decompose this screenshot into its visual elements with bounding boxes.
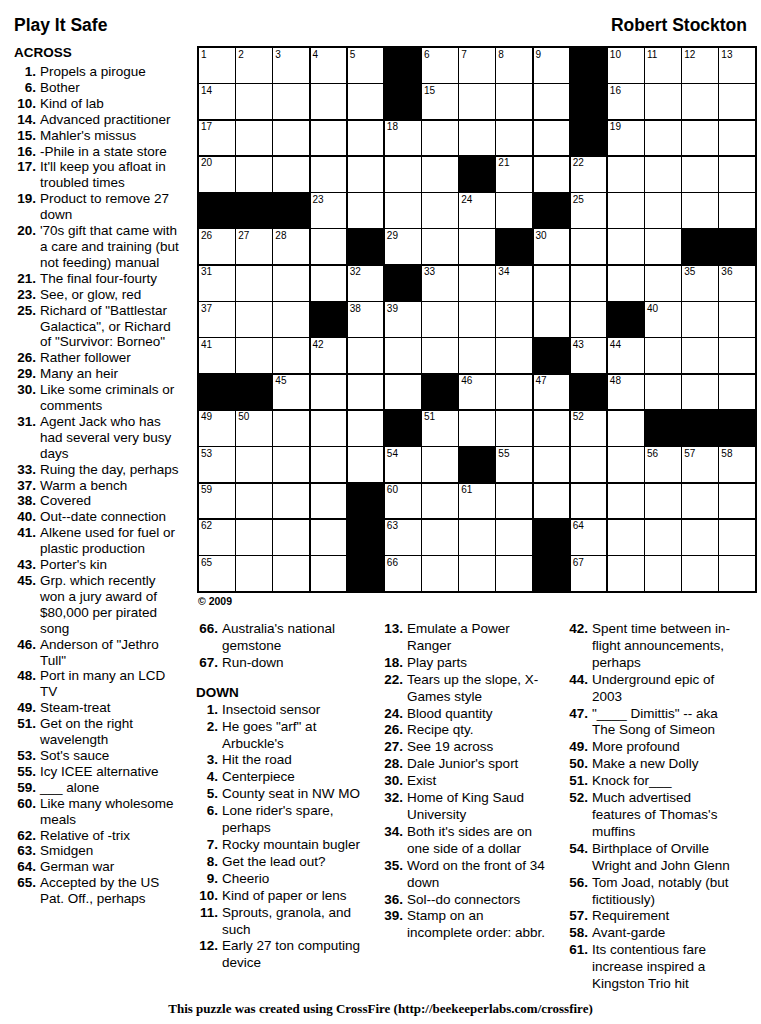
clue-down-12: 12.Early 27 ton computing device bbox=[196, 938, 381, 972]
cell-r4c13[interactable] bbox=[645, 157, 681, 192]
footer-credit: This puzzle was created using CrossFire … bbox=[0, 1001, 761, 1017]
cell-r6c1[interactable]: 26 bbox=[199, 229, 235, 264]
down-header: DOWN bbox=[196, 685, 381, 700]
black-cell-r14c5 bbox=[348, 520, 384, 555]
cell-r13c14[interactable] bbox=[682, 484, 718, 519]
cell-r5c11[interactable]: 25 bbox=[571, 193, 607, 228]
cell-r2c9[interactable] bbox=[496, 84, 532, 119]
cell-number-33: 33 bbox=[424, 266, 435, 277]
clue-number: 56. bbox=[566, 875, 592, 909]
cell-r3c10[interactable] bbox=[534, 121, 570, 156]
cell-r10c14[interactable] bbox=[682, 375, 718, 410]
cell-r2c1[interactable]: 14 bbox=[199, 84, 235, 119]
cell-r10c12[interactable]: 48 bbox=[608, 375, 644, 410]
cell-r7c4[interactable] bbox=[311, 266, 347, 301]
cell-number-2: 2 bbox=[238, 49, 244, 60]
cell-r5c5[interactable] bbox=[348, 193, 384, 228]
cell-r10c8[interactable]: 46 bbox=[459, 375, 495, 410]
clue-text: Birthplace of Orville Wright and John Gl… bbox=[592, 841, 731, 875]
clue-across-43: 43.Porter's kin bbox=[14, 557, 196, 573]
clue-across-59: 59.___ alone bbox=[14, 780, 196, 796]
cell-r4c11[interactable]: 22 bbox=[571, 157, 607, 192]
cell-r1c13[interactable]: 11 bbox=[645, 48, 681, 83]
cell-r2c10[interactable] bbox=[534, 84, 570, 119]
cell-r12c4[interactable] bbox=[311, 447, 347, 482]
cell-r12c10[interactable] bbox=[534, 447, 570, 482]
cell-r13c10[interactable] bbox=[534, 484, 570, 519]
cell-r12c5[interactable] bbox=[348, 447, 384, 482]
cell-r3c5[interactable] bbox=[348, 121, 384, 156]
cell-r7c12[interactable] bbox=[608, 266, 644, 301]
cell-r5c7[interactable] bbox=[422, 193, 458, 228]
cell-r14c12[interactable] bbox=[608, 520, 644, 555]
cell-r15c7[interactable] bbox=[422, 556, 458, 591]
cell-r9c8[interactable] bbox=[459, 338, 495, 373]
cell-r14c3[interactable] bbox=[273, 520, 309, 555]
cell-r14c1[interactable]: 62 bbox=[199, 520, 235, 555]
clue-text: Insectoid sensor bbox=[222, 702, 361, 719]
cell-r13c3[interactable] bbox=[273, 484, 309, 519]
clue-text: Hit the road bbox=[222, 752, 361, 769]
cell-r3c6[interactable]: 18 bbox=[385, 121, 421, 156]
cell-r15c8[interactable] bbox=[459, 556, 495, 591]
clue-text: Agent Jack who has had several very busy… bbox=[40, 414, 179, 462]
cell-r4c15[interactable] bbox=[719, 157, 755, 192]
clue-number: 65. bbox=[14, 875, 40, 907]
cell-r10c5[interactable] bbox=[348, 375, 384, 410]
clue-text: Grp. which recently won a jury award of … bbox=[40, 573, 179, 637]
clue-down-57: 57.Requirement bbox=[566, 908, 761, 925]
clue-down-27: 27.See 19 across bbox=[381, 739, 566, 756]
cell-number-42: 42 bbox=[313, 339, 324, 350]
cell-r15c2[interactable] bbox=[236, 556, 272, 591]
cell-r4c14[interactable] bbox=[682, 157, 718, 192]
cell-r1c5[interactable]: 5 bbox=[348, 48, 384, 83]
cell-r12c15[interactable]: 58 bbox=[719, 447, 755, 482]
cell-number-32: 32 bbox=[350, 266, 361, 277]
down-clue-list-2: 13.Emulate a Power Ranger18.Play parts22… bbox=[381, 621, 566, 942]
cell-r13c6[interactable]: 60 bbox=[385, 484, 421, 519]
cell-r4c2[interactable] bbox=[236, 157, 272, 192]
clue-number: 59. bbox=[14, 780, 40, 796]
cell-r10c15[interactable] bbox=[719, 375, 755, 410]
cell-r6c2[interactable]: 27 bbox=[236, 229, 272, 264]
clue-text: Rather follower bbox=[40, 350, 179, 366]
cell-r1c7[interactable]: 6 bbox=[422, 48, 458, 83]
cell-r1c10[interactable]: 9 bbox=[534, 48, 570, 83]
clue-text: Like many wholesome meals bbox=[40, 796, 179, 828]
clue-text: "____ Dimittis" -- aka The Song of Simeo… bbox=[592, 706, 731, 740]
clue-down-58: 58.Avant-garde bbox=[566, 925, 761, 942]
clue-across-45: 45.Grp. which recently won a jury award … bbox=[14, 573, 196, 637]
cell-r15c4[interactable] bbox=[311, 556, 347, 591]
cell-number-49: 49 bbox=[201, 411, 212, 422]
clue-across-60: 60.Like many wholesome meals bbox=[14, 796, 196, 828]
cell-r15c11[interactable]: 67 bbox=[571, 556, 607, 591]
cell-r2c13[interactable] bbox=[645, 84, 681, 119]
clue-text: Exist bbox=[407, 773, 546, 790]
cell-r9c7[interactable] bbox=[422, 338, 458, 373]
cell-r4c9[interactable]: 21 bbox=[496, 157, 532, 192]
clue-across-23: 23.See, or glow, red bbox=[14, 287, 196, 303]
cell-r12c3[interactable] bbox=[273, 447, 309, 482]
across-clues-sidebar: ACROSS 1.Propels a pirogue6.Bother10.Kin… bbox=[14, 45, 196, 907]
cell-r14c6[interactable]: 63 bbox=[385, 520, 421, 555]
cell-r6c3[interactable]: 28 bbox=[273, 229, 309, 264]
clue-number: 30. bbox=[381, 773, 407, 790]
cell-r7c8[interactable] bbox=[459, 266, 495, 301]
cell-r6c12[interactable] bbox=[608, 229, 644, 264]
black-cell-r8c4 bbox=[311, 302, 347, 337]
cell-r10c13[interactable] bbox=[645, 375, 681, 410]
cell-r4c7[interactable] bbox=[422, 157, 458, 192]
cell-number-23: 23 bbox=[313, 194, 324, 205]
clue-text: Centerpiece bbox=[222, 769, 361, 786]
cell-r3c7[interactable] bbox=[422, 121, 458, 156]
cell-r9c4[interactable]: 42 bbox=[311, 338, 347, 373]
clue-number: 25. bbox=[14, 303, 40, 351]
cell-number-59: 59 bbox=[201, 484, 212, 495]
cell-r7c2[interactable] bbox=[236, 266, 272, 301]
cell-r13c1[interactable]: 59 bbox=[199, 484, 235, 519]
cell-r1c1[interactable]: 1 bbox=[199, 48, 235, 83]
clue-text: Out--date connection bbox=[40, 509, 179, 525]
cell-r13c7[interactable] bbox=[422, 484, 458, 519]
clue-across-37: 37.Warm a bench bbox=[14, 478, 196, 494]
cell-r5c9[interactable] bbox=[496, 193, 532, 228]
cell-r9c2[interactable] bbox=[236, 338, 272, 373]
cell-r8c7[interactable] bbox=[422, 302, 458, 337]
cell-r13c11[interactable] bbox=[571, 484, 607, 519]
cell-r3c4[interactable] bbox=[311, 121, 347, 156]
cell-r11c5[interactable] bbox=[348, 411, 384, 446]
cell-r15c13[interactable] bbox=[645, 556, 681, 591]
clue-down-34: 34.Both it's sides are on one side of a … bbox=[381, 824, 566, 858]
cell-r15c14[interactable] bbox=[682, 556, 718, 591]
cell-r3c2[interactable] bbox=[236, 121, 272, 156]
cell-r3c9[interactable] bbox=[496, 121, 532, 156]
cell-number-34: 34 bbox=[498, 266, 509, 277]
black-cell-r1c6 bbox=[385, 48, 421, 83]
clue-number: 11. bbox=[196, 905, 222, 939]
clue-across-14: 14.Advanced practitioner bbox=[14, 112, 196, 128]
clue-across-48: 48.Port in many an LCD TV bbox=[14, 668, 196, 700]
cell-r6c11[interactable] bbox=[571, 229, 607, 264]
cell-r5c13[interactable] bbox=[645, 193, 681, 228]
cell-r12c6[interactable]: 54 bbox=[385, 447, 421, 482]
cell-r14c11[interactable]: 64 bbox=[571, 520, 607, 555]
black-cell-r1c11 bbox=[571, 48, 607, 83]
cell-r6c10[interactable]: 30 bbox=[534, 229, 570, 264]
cell-r10c4[interactable] bbox=[311, 375, 347, 410]
cell-r8c1[interactable]: 37 bbox=[199, 302, 235, 337]
clue-across-33: 33.Ruing the day, perhaps bbox=[14, 462, 196, 478]
cell-r12c7[interactable] bbox=[422, 447, 458, 482]
cell-r14c15[interactable] bbox=[719, 520, 755, 555]
black-cell-r5c2 bbox=[236, 193, 272, 228]
cell-r4c1[interactable]: 20 bbox=[199, 157, 235, 192]
cell-number-17: 17 bbox=[201, 121, 212, 132]
clue-text: Home of King Saud University bbox=[407, 790, 546, 824]
clue-number: 9. bbox=[196, 871, 222, 888]
cell-r10c9[interactable] bbox=[496, 375, 532, 410]
cell-r7c3[interactable] bbox=[273, 266, 309, 301]
cell-r14c13[interactable] bbox=[645, 520, 681, 555]
clue-text: Make a new Dolly bbox=[592, 756, 731, 773]
cell-r1c3[interactable]: 3 bbox=[273, 48, 309, 83]
cell-r15c1[interactable]: 65 bbox=[199, 556, 235, 591]
clue-across-66: 66.Australia's national gemstone bbox=[196, 621, 381, 655]
clue-across-62: 62.Relative of -trix bbox=[14, 828, 196, 844]
cell-r4c6[interactable] bbox=[385, 157, 421, 192]
clue-number: 22. bbox=[381, 672, 407, 706]
cell-r11c1[interactable]: 49 bbox=[199, 411, 235, 446]
cell-r11c8[interactable] bbox=[459, 411, 495, 446]
cell-r14c7[interactable] bbox=[422, 520, 458, 555]
cell-r12c1[interactable]: 53 bbox=[199, 447, 235, 482]
copyright-notice: © 2009 bbox=[198, 595, 232, 607]
cell-r3c3[interactable] bbox=[273, 121, 309, 156]
cell-r15c3[interactable] bbox=[273, 556, 309, 591]
cell-r10c10[interactable]: 47 bbox=[534, 375, 570, 410]
clue-down-44: 44.Underground epic of 2003 bbox=[566, 672, 761, 706]
cell-r1c14[interactable]: 12 bbox=[682, 48, 718, 83]
cell-r7c5[interactable]: 32 bbox=[348, 266, 384, 301]
clue-number: 10. bbox=[14, 96, 40, 112]
cell-r7c15[interactable]: 36 bbox=[719, 266, 755, 301]
clue-text: Requirement bbox=[592, 908, 731, 925]
clue-text: Bother bbox=[40, 80, 179, 96]
cell-r15c15[interactable] bbox=[719, 556, 755, 591]
cell-number-38: 38 bbox=[350, 303, 361, 314]
cell-r1c2[interactable]: 2 bbox=[236, 48, 272, 83]
cell-r6c7[interactable] bbox=[422, 229, 458, 264]
cell-r1c15[interactable]: 13 bbox=[719, 48, 755, 83]
cell-r7c10[interactable] bbox=[534, 266, 570, 301]
cell-r8c13[interactable]: 40 bbox=[645, 302, 681, 337]
cell-number-41: 41 bbox=[201, 339, 212, 350]
cell-r2c2[interactable] bbox=[236, 84, 272, 119]
clue-text: Sot's sauce bbox=[40, 748, 179, 764]
cell-number-35: 35 bbox=[684, 266, 695, 277]
cell-r5c14[interactable] bbox=[682, 193, 718, 228]
cell-r13c8[interactable]: 61 bbox=[459, 484, 495, 519]
clue-number: 27. bbox=[381, 739, 407, 756]
clue-across-65: 65.Accepted by the US Pat. Off., perhaps bbox=[14, 875, 196, 907]
cell-r11c2[interactable]: 50 bbox=[236, 411, 272, 446]
clue-number: 1. bbox=[14, 64, 40, 80]
clue-down-1: 1.Insectoid sensor bbox=[196, 702, 381, 719]
black-cell-r6c5 bbox=[348, 229, 384, 264]
clue-text: See, or glow, red bbox=[40, 287, 179, 303]
cell-r8c3[interactable] bbox=[273, 302, 309, 337]
cell-r12c14[interactable]: 57 bbox=[682, 447, 718, 482]
cell-r4c3[interactable] bbox=[273, 157, 309, 192]
cell-r11c10[interactable] bbox=[534, 411, 570, 446]
cell-r9c14[interactable] bbox=[682, 338, 718, 373]
cell-r8c5[interactable]: 38 bbox=[348, 302, 384, 337]
cell-r6c8[interactable] bbox=[459, 229, 495, 264]
cell-r7c9[interactable]: 34 bbox=[496, 266, 532, 301]
cell-r3c13[interactable] bbox=[645, 121, 681, 156]
clue-number: 57. bbox=[566, 908, 592, 925]
cell-r13c2[interactable] bbox=[236, 484, 272, 519]
clue-text: More profound bbox=[592, 739, 731, 756]
cell-r2c14[interactable] bbox=[682, 84, 718, 119]
black-cell-r11c6 bbox=[385, 411, 421, 446]
cell-r1c12[interactable]: 10 bbox=[608, 48, 644, 83]
cell-r10c3[interactable]: 45 bbox=[273, 375, 309, 410]
clue-text: Play parts bbox=[407, 655, 546, 672]
cell-r3c1[interactable]: 17 bbox=[199, 121, 235, 156]
clue-across-1: 1.Propels a pirogue bbox=[14, 64, 196, 80]
cell-r6c4[interactable] bbox=[311, 229, 347, 264]
cell-r12c13[interactable]: 56 bbox=[645, 447, 681, 482]
clue-number: 19. bbox=[14, 191, 40, 223]
cell-r9c6[interactable] bbox=[385, 338, 421, 373]
clue-number: 46. bbox=[14, 637, 40, 669]
clue-text: Accepted by the US Pat. Off., perhaps bbox=[40, 875, 179, 907]
cell-r1c8[interactable]: 7 bbox=[459, 48, 495, 83]
cell-r2c7[interactable]: 15 bbox=[422, 84, 458, 119]
cell-r13c12[interactable] bbox=[608, 484, 644, 519]
cell-r8c15[interactable] bbox=[719, 302, 755, 337]
cell-r9c15[interactable] bbox=[719, 338, 755, 373]
cell-r4c10[interactable] bbox=[534, 157, 570, 192]
cell-r13c4[interactable] bbox=[311, 484, 347, 519]
cell-r14c8[interactable] bbox=[459, 520, 495, 555]
cell-r5c6[interactable] bbox=[385, 193, 421, 228]
clue-text: Propels a pirogue bbox=[40, 64, 179, 80]
cell-r3c12[interactable]: 19 bbox=[608, 121, 644, 156]
clue-text: Steam-treat bbox=[40, 700, 179, 716]
cell-r9c11[interactable]: 43 bbox=[571, 338, 607, 373]
clue-text: Like some criminals or comments bbox=[40, 382, 179, 414]
clue-down-10: 10.Kind of paper or lens bbox=[196, 888, 381, 905]
cell-r8c2[interactable] bbox=[236, 302, 272, 337]
cell-r11c4[interactable] bbox=[311, 411, 347, 446]
cell-number-18: 18 bbox=[387, 121, 398, 132]
cell-r6c6[interactable]: 29 bbox=[385, 229, 421, 264]
black-cell-r5c1 bbox=[199, 193, 235, 228]
cell-r2c12[interactable]: 16 bbox=[608, 84, 644, 119]
clue-text: Smidgen bbox=[40, 843, 179, 859]
cell-r12c2[interactable] bbox=[236, 447, 272, 482]
cell-r13c13[interactable] bbox=[645, 484, 681, 519]
clue-text: Get the lead out? bbox=[222, 854, 361, 871]
cell-r5c4[interactable]: 23 bbox=[311, 193, 347, 228]
clue-number: 50. bbox=[566, 756, 592, 773]
clue-down-6: 6.Lone rider's spare, perhaps bbox=[196, 803, 381, 837]
cell-number-51: 51 bbox=[424, 411, 435, 422]
cell-r14c14[interactable] bbox=[682, 520, 718, 555]
cell-r2c15[interactable] bbox=[719, 84, 755, 119]
clue-number: 49. bbox=[14, 700, 40, 716]
cell-r11c7[interactable]: 51 bbox=[422, 411, 458, 446]
clue-number: 61. bbox=[566, 942, 592, 993]
clue-number: 6. bbox=[196, 803, 222, 837]
cell-r1c9[interactable]: 8 bbox=[496, 48, 532, 83]
cell-r14c4[interactable] bbox=[311, 520, 347, 555]
cell-r15c6[interactable]: 66 bbox=[385, 556, 421, 591]
cell-r9c5[interactable] bbox=[348, 338, 384, 373]
clue-number: 26. bbox=[14, 350, 40, 366]
cell-r11c12[interactable] bbox=[608, 411, 644, 446]
cell-r8c8[interactable] bbox=[459, 302, 495, 337]
cell-r12c9[interactable]: 55 bbox=[496, 447, 532, 482]
cell-r8c14[interactable] bbox=[682, 302, 718, 337]
cell-r8c9[interactable] bbox=[496, 302, 532, 337]
cell-r6c13[interactable] bbox=[645, 229, 681, 264]
cell-r3c15[interactable] bbox=[719, 121, 755, 156]
cell-r11c9[interactable] bbox=[496, 411, 532, 446]
cell-r9c13[interactable] bbox=[645, 338, 681, 373]
cell-r7c13[interactable] bbox=[645, 266, 681, 301]
cell-r13c15[interactable] bbox=[719, 484, 755, 519]
cell-r15c9[interactable] bbox=[496, 556, 532, 591]
cell-r4c5[interactable] bbox=[348, 157, 384, 192]
cell-r9c9[interactable] bbox=[496, 338, 532, 373]
cell-r14c9[interactable] bbox=[496, 520, 532, 555]
cell-r11c11[interactable]: 52 bbox=[571, 411, 607, 446]
black-cell-r11c14 bbox=[682, 411, 718, 446]
across-header: ACROSS bbox=[14, 45, 196, 60]
cell-r7c7[interactable]: 33 bbox=[422, 266, 458, 301]
cell-r8c10[interactable] bbox=[534, 302, 570, 337]
clue-down-9: 9.Cheerio bbox=[196, 871, 381, 888]
clue-number: 6. bbox=[14, 80, 40, 96]
cell-r2c8[interactable] bbox=[459, 84, 495, 119]
cell-r9c3[interactable] bbox=[273, 338, 309, 373]
cell-r9c1[interactable]: 41 bbox=[199, 338, 235, 373]
clue-down-51: 51.Knock for___ bbox=[566, 773, 761, 790]
cell-r15c12[interactable] bbox=[608, 556, 644, 591]
cell-r7c14[interactable]: 35 bbox=[682, 266, 718, 301]
cell-r7c1[interactable]: 31 bbox=[199, 266, 235, 301]
cell-r4c4[interactable] bbox=[311, 157, 347, 192]
cell-r8c11[interactable] bbox=[571, 302, 607, 337]
clue-text: Anderson of "Jethro Tull" bbox=[40, 637, 179, 669]
cell-r1c4[interactable]: 4 bbox=[311, 48, 347, 83]
cell-r7c11[interactable] bbox=[571, 266, 607, 301]
cell-r5c8[interactable]: 24 bbox=[459, 193, 495, 228]
cell-r11c3[interactable] bbox=[273, 411, 309, 446]
cell-r10c6[interactable] bbox=[385, 375, 421, 410]
cell-r12c12[interactable] bbox=[608, 447, 644, 482]
clue-across-21: 21.The final four-fourty bbox=[14, 271, 196, 287]
cell-r3c8[interactable] bbox=[459, 121, 495, 156]
clue-across-17: 17.It'll keep you afloat in troubled tim… bbox=[14, 159, 196, 191]
cell-r5c12[interactable] bbox=[608, 193, 644, 228]
cell-r2c3[interactable] bbox=[273, 84, 309, 119]
cell-number-53: 53 bbox=[201, 448, 212, 459]
cell-r2c4[interactable] bbox=[311, 84, 347, 119]
clue-number: 32. bbox=[381, 790, 407, 824]
cell-r12c11[interactable] bbox=[571, 447, 607, 482]
cell-r4c12[interactable] bbox=[608, 157, 644, 192]
cell-r14c2[interactable] bbox=[236, 520, 272, 555]
cell-r8c6[interactable]: 39 bbox=[385, 302, 421, 337]
clue-number: 12. bbox=[196, 938, 222, 972]
cell-r9c12[interactable]: 44 bbox=[608, 338, 644, 373]
black-cell-r6c15 bbox=[719, 229, 755, 264]
cell-r3c14[interactable] bbox=[682, 121, 718, 156]
cell-r13c9[interactable] bbox=[496, 484, 532, 519]
down-clue-list-1: 1.Insectoid sensor2.He goes "arf" at Arb… bbox=[196, 702, 381, 973]
cell-number-6: 6 bbox=[424, 49, 430, 60]
cell-r5c15[interactable] bbox=[719, 193, 755, 228]
cell-r2c5[interactable] bbox=[348, 84, 384, 119]
